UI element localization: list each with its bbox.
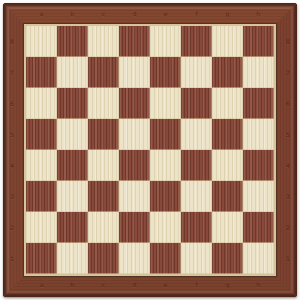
coordinate-label: 8	[283, 26, 293, 57]
square-g4[interactable]	[212, 150, 243, 181]
coordinate-label: b	[57, 280, 88, 290]
square-c7[interactable]	[88, 57, 119, 88]
square-a4[interactable]	[26, 150, 57, 181]
coordinate-label: 2	[7, 212, 17, 243]
square-a1[interactable]	[26, 243, 57, 274]
square-d8[interactable]	[119, 26, 150, 57]
coordinate-label: h	[243, 9, 274, 19]
coordinate-label: 5	[7, 119, 17, 150]
coordinate-label: 7	[283, 57, 293, 88]
square-f4[interactable]	[181, 150, 212, 181]
coordinate-label: d	[119, 9, 150, 19]
coordinate-label: b	[57, 9, 88, 19]
coordinate-label: 8	[7, 26, 17, 57]
coordinate-label: c	[88, 280, 119, 290]
coordinate-label: c	[88, 9, 119, 19]
coordinate-label: 1	[7, 243, 17, 274]
square-d4[interactable]	[119, 150, 150, 181]
square-g6[interactable]	[212, 88, 243, 119]
square-e5[interactable]	[150, 119, 181, 150]
square-d2[interactable]	[119, 212, 150, 243]
coordinate-label: 3	[283, 181, 293, 212]
square-c1[interactable]	[88, 243, 119, 274]
square-c3[interactable]	[88, 181, 119, 212]
coordinate-label: e	[150, 280, 181, 290]
board-frame-bottom	[4, 274, 296, 296]
coordinate-label: f	[181, 280, 212, 290]
board-frame-right	[274, 4, 296, 296]
square-h6[interactable]	[243, 88, 274, 119]
square-c8[interactable]	[88, 26, 119, 57]
square-h7[interactable]	[243, 57, 274, 88]
square-b4[interactable]	[57, 150, 88, 181]
coordinate-label: 3	[7, 181, 17, 212]
square-a6[interactable]	[26, 88, 57, 119]
square-a2[interactable]	[26, 212, 57, 243]
square-b1[interactable]	[57, 243, 88, 274]
square-g8[interactable]	[212, 26, 243, 57]
coordinate-label: 1	[283, 243, 293, 274]
square-e8[interactable]	[150, 26, 181, 57]
file-labels-top: abcdefgh	[26, 9, 274, 19]
square-a5[interactable]	[26, 119, 57, 150]
square-h3[interactable]	[243, 181, 274, 212]
square-b2[interactable]	[57, 212, 88, 243]
square-d7[interactable]	[119, 57, 150, 88]
square-c2[interactable]	[88, 212, 119, 243]
square-f7[interactable]	[181, 57, 212, 88]
square-h2[interactable]	[243, 212, 274, 243]
square-c6[interactable]	[88, 88, 119, 119]
square-d5[interactable]	[119, 119, 150, 150]
coordinate-label: 5	[283, 119, 293, 150]
coordinate-label: 6	[283, 88, 293, 119]
square-h4[interactable]	[243, 150, 274, 181]
square-f3[interactable]	[181, 181, 212, 212]
coordinate-label: f	[181, 9, 212, 19]
coordinate-label: 2	[283, 212, 293, 243]
coordinate-label: 6	[7, 88, 17, 119]
square-d3[interactable]	[119, 181, 150, 212]
square-f6[interactable]	[181, 88, 212, 119]
square-a7[interactable]	[26, 57, 57, 88]
square-d6[interactable]	[119, 88, 150, 119]
square-e1[interactable]	[150, 243, 181, 274]
square-f5[interactable]	[181, 119, 212, 150]
rank-labels-right: 87654321	[283, 26, 293, 274]
coordinate-label: a	[26, 280, 57, 290]
square-f1[interactable]	[181, 243, 212, 274]
square-a8[interactable]	[26, 26, 57, 57]
square-h1[interactable]	[243, 243, 274, 274]
square-c5[interactable]	[88, 119, 119, 150]
square-b6[interactable]	[57, 88, 88, 119]
coordinate-label: 7	[7, 57, 17, 88]
playing-field	[23, 23, 277, 277]
square-f2[interactable]	[181, 212, 212, 243]
coordinate-label: g	[212, 280, 243, 290]
file-labels-bottom: abcdefgh	[26, 280, 274, 290]
squares-grid	[26, 26, 274, 274]
coordinate-label: h	[243, 280, 274, 290]
square-e3[interactable]	[150, 181, 181, 212]
coordinate-label: e	[150, 9, 181, 19]
coordinate-label: g	[212, 9, 243, 19]
square-d1[interactable]	[119, 243, 150, 274]
square-b5[interactable]	[57, 119, 88, 150]
square-g1[interactable]	[212, 243, 243, 274]
square-g3[interactable]	[212, 181, 243, 212]
square-a3[interactable]	[26, 181, 57, 212]
coordinate-label: a	[26, 9, 57, 19]
rank-labels-left: 87654321	[7, 26, 17, 274]
square-g5[interactable]	[212, 119, 243, 150]
square-h5[interactable]	[243, 119, 274, 150]
coordinate-label: d	[119, 280, 150, 290]
square-e4[interactable]	[150, 150, 181, 181]
square-b3[interactable]	[57, 181, 88, 212]
square-f8[interactable]	[181, 26, 212, 57]
square-c4[interactable]	[88, 150, 119, 181]
square-e2[interactable]	[150, 212, 181, 243]
square-g2[interactable]	[212, 212, 243, 243]
coordinate-label: 4	[7, 150, 17, 181]
square-b7[interactable]	[57, 57, 88, 88]
square-e6[interactable]	[150, 88, 181, 119]
square-g7[interactable]	[212, 57, 243, 88]
square-e7[interactable]	[150, 57, 181, 88]
square-b8[interactable]	[57, 26, 88, 57]
chessboard: abcdefgh abcdefgh 87654321 87654321	[3, 3, 297, 297]
square-h8[interactable]	[243, 26, 274, 57]
coordinate-label: 4	[283, 150, 293, 181]
